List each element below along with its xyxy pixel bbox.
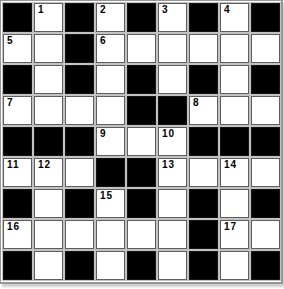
- black-cell-r6c4: [96, 158, 125, 187]
- clue-number-8: 8: [193, 97, 200, 108]
- white-cell-r4c7[interactable]: 8: [189, 96, 218, 125]
- clue-number-7: 7: [7, 97, 14, 108]
- black-cell-r6c5: [127, 158, 156, 187]
- white-cell-r5c4[interactable]: 9: [96, 127, 125, 156]
- black-cell-r3c9: [251, 65, 280, 94]
- white-cell-r4c1[interactable]: 7: [3, 96, 32, 125]
- white-cell-r8c6[interactable]: [158, 220, 187, 249]
- clue-number-10: 10: [162, 128, 175, 139]
- white-cell-r8c1[interactable]: 16: [3, 220, 32, 249]
- black-cell-r9c9: [251, 251, 280, 280]
- white-cell-r5c6[interactable]: 10: [158, 127, 187, 156]
- black-cell-r3c5: [127, 65, 156, 94]
- white-cell-r6c2[interactable]: 12: [34, 158, 63, 187]
- white-cell-r9c4[interactable]: [96, 251, 125, 280]
- white-cell-r4c2[interactable]: [34, 96, 63, 125]
- white-cell-r4c4[interactable]: [96, 96, 125, 125]
- white-cell-r1c8[interactable]: 4: [220, 3, 249, 32]
- white-cell-r2c7[interactable]: [189, 34, 218, 63]
- clue-number-16: 16: [7, 221, 20, 232]
- black-cell-r5c2: [34, 127, 63, 156]
- white-cell-r2c9[interactable]: [251, 34, 280, 63]
- white-cell-r9c8[interactable]: [220, 251, 249, 280]
- clue-number-9: 9: [100, 128, 107, 139]
- white-cell-r6c3[interactable]: [65, 158, 94, 187]
- white-cell-r3c6[interactable]: [158, 65, 187, 94]
- white-cell-r2c2[interactable]: [34, 34, 63, 63]
- white-cell-r1c6[interactable]: 3: [158, 3, 187, 32]
- clue-number-12: 12: [38, 159, 51, 170]
- white-cell-r3c8[interactable]: [220, 65, 249, 94]
- clue-number-5: 5: [7, 35, 14, 46]
- clue-number-3: 3: [162, 4, 169, 15]
- white-cell-r8c4[interactable]: [96, 220, 125, 249]
- black-cell-r7c5: [127, 189, 156, 218]
- clue-number-11: 11: [7, 159, 20, 170]
- clue-number-4: 4: [224, 4, 231, 15]
- black-cell-r7c7: [189, 189, 218, 218]
- black-cell-r4c5: [127, 96, 156, 125]
- clue-number-14: 14: [224, 159, 237, 170]
- white-cell-r7c6[interactable]: [158, 189, 187, 218]
- black-cell-r1c3: [65, 3, 94, 32]
- clue-number-6: 6: [100, 35, 107, 46]
- white-cell-r2c5[interactable]: [127, 34, 156, 63]
- white-cell-r3c4[interactable]: [96, 65, 125, 94]
- white-cell-r1c4[interactable]: 2: [96, 3, 125, 32]
- crossword-grid: 1234567891011121314151617: [3, 3, 280, 280]
- clue-number-1: 1: [38, 4, 45, 15]
- white-cell-r6c9[interactable]: [251, 158, 280, 187]
- white-cell-r8c5[interactable]: [127, 220, 156, 249]
- black-cell-r1c9: [251, 3, 280, 32]
- black-cell-r7c3: [65, 189, 94, 218]
- black-cell-r8c7: [189, 220, 218, 249]
- clue-number-17: 17: [224, 221, 237, 232]
- white-cell-r7c4[interactable]: 15: [96, 189, 125, 218]
- black-cell-r3c3: [65, 65, 94, 94]
- black-cell-r2c3: [65, 34, 94, 63]
- black-cell-r9c5: [127, 251, 156, 280]
- white-cell-r7c8[interactable]: [220, 189, 249, 218]
- clue-number-13: 13: [162, 159, 175, 170]
- black-cell-r3c7: [189, 65, 218, 94]
- clue-number-2: 2: [100, 4, 107, 15]
- white-cell-r6c7[interactable]: [189, 158, 218, 187]
- black-cell-r5c1: [3, 127, 32, 156]
- white-cell-r2c4[interactable]: 6: [96, 34, 125, 63]
- crossword-board: 1234567891011121314151617: [0, 0, 283, 284]
- white-cell-r8c3[interactable]: [65, 220, 94, 249]
- white-cell-r6c1[interactable]: 11: [3, 158, 32, 187]
- black-cell-r5c9: [251, 127, 280, 156]
- white-cell-r6c8[interactable]: 14: [220, 158, 249, 187]
- white-cell-r8c9[interactable]: [251, 220, 280, 249]
- white-cell-r5c5[interactable]: [127, 127, 156, 156]
- black-cell-r5c3: [65, 127, 94, 156]
- white-cell-r8c8[interactable]: 17: [220, 220, 249, 249]
- white-cell-r9c2[interactable]: [34, 251, 63, 280]
- white-cell-r6c6[interactable]: 13: [158, 158, 187, 187]
- black-cell-r7c9: [251, 189, 280, 218]
- white-cell-r1c2[interactable]: 1: [34, 3, 63, 32]
- white-cell-r2c6[interactable]: [158, 34, 187, 63]
- white-cell-r4c3[interactable]: [65, 96, 94, 125]
- black-cell-r1c1: [3, 3, 32, 32]
- white-cell-r4c8[interactable]: [220, 96, 249, 125]
- black-cell-r9c3: [65, 251, 94, 280]
- black-cell-r5c8: [220, 127, 249, 156]
- black-cell-r1c5: [127, 3, 156, 32]
- white-cell-r2c1[interactable]: 5: [3, 34, 32, 63]
- white-cell-r4c9[interactable]: [251, 96, 280, 125]
- white-cell-r3c2[interactable]: [34, 65, 63, 94]
- black-cell-r9c7: [189, 251, 218, 280]
- white-cell-r8c2[interactable]: [34, 220, 63, 249]
- black-cell-r9c1: [3, 251, 32, 280]
- black-cell-r7c1: [3, 189, 32, 218]
- white-cell-r2c8[interactable]: [220, 34, 249, 63]
- black-cell-r4c6: [158, 96, 187, 125]
- black-cell-r5c7: [189, 127, 218, 156]
- white-cell-r7c2[interactable]: [34, 189, 63, 218]
- black-cell-r1c7: [189, 3, 218, 32]
- clue-number-15: 15: [100, 190, 113, 201]
- white-cell-r9c6[interactable]: [158, 251, 187, 280]
- black-cell-r3c1: [3, 65, 32, 94]
